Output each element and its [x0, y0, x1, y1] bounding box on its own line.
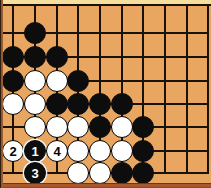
stone-black: [89, 116, 111, 138]
stone-black: [24, 22, 46, 44]
stone-white: [111, 140, 133, 162]
stone-black: [67, 93, 89, 115]
stone-white: [46, 70, 68, 92]
stone-black: [2, 46, 24, 68]
stone-white: [67, 116, 89, 138]
stone-white: [24, 93, 46, 115]
move-label: 1: [31, 145, 38, 158]
stone-black: [132, 140, 154, 162]
stone-black: [24, 46, 46, 68]
board-frame-left: [0, 0, 3, 188]
stone-black: [111, 93, 133, 115]
grid-line-v: [207, 4, 209, 174]
go-board: 2143: [0, 0, 211, 188]
stone-black: [46, 93, 68, 115]
stone-black: [132, 162, 154, 184]
stone-black: [89, 93, 111, 115]
stone-white: [46, 116, 68, 138]
stone-black: [46, 46, 68, 68]
stone-white: 2: [2, 140, 24, 162]
stone-white: 4: [46, 140, 68, 162]
move-label: 3: [31, 167, 38, 180]
stone-white: [67, 162, 89, 184]
grid-line-v: [186, 4, 188, 174]
stone-black: [132, 116, 154, 138]
stone-white: [67, 140, 89, 162]
board-frame-bottom: [3, 183, 211, 188]
stone-black: 3: [24, 162, 46, 184]
stone-black: [2, 70, 24, 92]
stone-white: [111, 116, 133, 138]
stone-black: [67, 70, 89, 92]
move-label: 2: [9, 145, 16, 158]
stone-white: [24, 70, 46, 92]
stone-black: 1: [24, 140, 46, 162]
stone-black: [111, 162, 133, 184]
go-diagram: 2143: [0, 0, 211, 188]
stone-white: [2, 93, 24, 115]
stone-white: [89, 162, 111, 184]
stone-white: [24, 116, 46, 138]
stone-white: [89, 140, 111, 162]
move-label: 4: [53, 145, 60, 158]
grid-line-v: [164, 4, 166, 174]
